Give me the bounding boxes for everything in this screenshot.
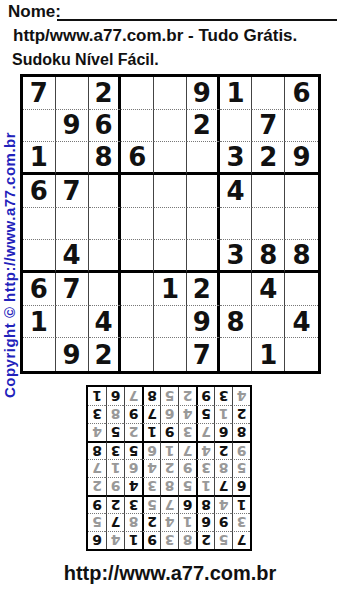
puzzle-cell-r5c9 <box>285 208 318 241</box>
puzzle-cell-r8c1: 1 <box>23 306 56 339</box>
solution-cell-r4c6: 3 <box>142 477 160 495</box>
solution-cell-r8c4: 4 <box>178 405 196 423</box>
puzzle-cell-r3c2 <box>56 142 89 175</box>
puzzle-cell-r7c5: 1 <box>154 273 187 306</box>
solution-cell-r2c2: 9 <box>214 513 232 531</box>
puzzle-cell-r8c8 <box>252 306 285 339</box>
solution-cell-r6c9: 8 <box>88 441 106 459</box>
puzzle-cell-r3c8: 2 <box>252 142 285 175</box>
puzzle-cell-r2c3: 6 <box>89 110 122 143</box>
solution-cell-r6c3: 4 <box>196 441 214 459</box>
solution-cell-r7c9: 4 <box>88 423 106 441</box>
puzzle-cell-r2c7 <box>220 110 253 143</box>
solution-cell-r6c7: 5 <box>124 441 142 459</box>
puzzle-cell-r2c6: 2 <box>187 110 220 143</box>
solution-cell-r1c3: 2 <box>196 531 214 549</box>
puzzle-cell-r2c8: 7 <box>252 110 285 143</box>
puzzle-cell-r7c6: 2 <box>187 273 220 306</box>
solution-cell-r4c4: 5 <box>178 477 196 495</box>
puzzle-cell-r4c5 <box>154 175 187 208</box>
puzzle-cell-r6c5 <box>154 240 187 273</box>
puzzle-cell-r5c1 <box>23 208 56 241</box>
puzzle-cell-r9c8: 1 <box>252 338 285 371</box>
solution-cell-r5c5: 2 <box>160 459 178 477</box>
name-underline <box>57 19 337 21</box>
puzzle-cell-r3c6 <box>187 142 220 175</box>
puzzle-cell-r6c2: 4 <box>56 240 89 273</box>
solution-cell-r2c6: 2 <box>142 513 160 531</box>
solution-cell-r1c4: 8 <box>178 531 196 549</box>
solution-cell-r2c4: 1 <box>178 513 196 531</box>
puzzle-cell-r1c7: 1 <box>220 77 253 110</box>
puzzle-cell-r8c2 <box>56 306 89 339</box>
puzzle-cell-r3c5 <box>154 142 187 175</box>
puzzle-cell-r3c1: 1 <box>23 142 56 175</box>
solution-cell-r1c2: 5 <box>214 531 232 549</box>
solution-cell-r1c9: 6 <box>88 531 106 549</box>
puzzle-cell-r4c9 <box>285 175 318 208</box>
puzzle-cell-r3c4: 6 <box>121 142 154 175</box>
solution-cell-r8c8: 8 <box>106 405 124 423</box>
solution-cell-r7c5: 9 <box>160 423 178 441</box>
solution-cell-r6c1: 9 <box>232 441 250 459</box>
solution-cell-r3c4: 6 <box>178 495 196 513</box>
solution-cell-r5c1: 5 <box>232 459 250 477</box>
puzzle-cell-r1c1: 7 <box>23 77 56 110</box>
puzzle-cell-r6c9: 8 <box>285 240 318 273</box>
solution-cell-r9c5: 5 <box>160 387 178 405</box>
puzzle-cell-r9c1 <box>23 338 56 371</box>
puzzle-cell-r4c6 <box>187 175 220 208</box>
solution-cell-r3c3: 8 <box>196 495 214 513</box>
solution-cell-r6c4: 7 <box>178 441 196 459</box>
solution-cell-r5c4: 9 <box>178 459 196 477</box>
solution-cell-r2c5: 4 <box>160 513 178 531</box>
puzzle-cell-r3c7: 3 <box>220 142 253 175</box>
puzzle-cell-r3c9: 9 <box>285 142 318 175</box>
copyright-vertical-text: Copyright © http://www.a77.com.br <box>1 100 19 430</box>
solution-cell-r2c1: 3 <box>232 513 250 531</box>
puzzle-cell-r6c7: 3 <box>220 240 253 273</box>
puzzle-cell-r1c2 <box>56 77 89 110</box>
solution-cell-r3c6: 5 <box>142 495 160 513</box>
puzzle-cell-r9c6: 7 <box>187 338 220 371</box>
puzzle-cell-r4c2: 7 <box>56 175 89 208</box>
solution-cell-r1c1: 7 <box>232 531 250 549</box>
solution-cell-r4c5: 8 <box>160 477 178 495</box>
solution-cell-r9c6: 8 <box>142 387 160 405</box>
solution-cell-r8c1: 2 <box>232 405 250 423</box>
solution-cell-r4c9: 2 <box>88 477 106 495</box>
puzzle-cell-r7c1: 6 <box>23 273 56 306</box>
solution-cell-r6c5: 1 <box>160 441 178 459</box>
solution-cell-r9c8: 6 <box>106 387 124 405</box>
puzzle-cell-r5c6 <box>187 208 220 241</box>
solution-cell-r8c9: 3 <box>88 405 106 423</box>
footer-url: http://www.a77.com.br <box>0 562 340 585</box>
solution-cell-r4c1: 6 <box>232 477 250 495</box>
solution-cell-r8c7: 9 <box>124 405 142 423</box>
solution-cell-r2c7: 8 <box>124 513 142 531</box>
solution-cell-r5c3: 3 <box>196 459 214 477</box>
puzzle-cell-r2c9 <box>285 110 318 143</box>
puzzle-cell-r4c7: 4 <box>220 175 253 208</box>
puzzle-cell-r2c1 <box>23 110 56 143</box>
solution-cell-r7c7: 2 <box>124 423 142 441</box>
sudoku-printable-page: Nome: http/www.a77.com.br - Tudo Grátis.… <box>0 0 340 596</box>
solution-cell-r5c2: 8 <box>214 459 232 477</box>
solution-cell-r9c4: 2 <box>178 387 196 405</box>
puzzle-cell-r8c5 <box>154 306 187 339</box>
solution-cell-r2c9: 5 <box>88 513 106 531</box>
solution-cell-r3c2: 4 <box>214 495 232 513</box>
puzzle-cell-r9c4 <box>121 338 154 371</box>
puzzle-cell-r6c3 <box>89 240 122 273</box>
puzzle-cell-r7c2: 7 <box>56 273 89 306</box>
puzzle-cell-r1c9: 6 <box>285 77 318 110</box>
puzzle-cell-r1c5 <box>154 77 187 110</box>
puzzle-cell-r9c7 <box>220 338 253 371</box>
solution-cell-r9c7: 7 <box>124 387 142 405</box>
puzzle-cell-r8c7: 8 <box>220 306 253 339</box>
solution-cell-r9c2: 3 <box>214 387 232 405</box>
solution-grid-rotated-180: 7528391463961428751486753296715834925839… <box>86 385 252 551</box>
site-title: http/www.a77.com.br - Tudo Grátis. <box>13 26 297 46</box>
puzzle-cell-r5c4 <box>121 208 154 241</box>
puzzle-cell-r3c3: 8 <box>89 142 122 175</box>
puzzle-cell-r2c4 <box>121 110 154 143</box>
solution-cell-r7c3: 7 <box>196 423 214 441</box>
puzzle-cell-r7c9 <box>285 273 318 306</box>
puzzle-cell-r4c4 <box>121 175 154 208</box>
puzzle-cell-r5c2 <box>56 208 89 241</box>
puzzle-cell-r1c3: 2 <box>89 77 122 110</box>
solution-cell-r1c8: 4 <box>106 531 124 549</box>
solution-cell-r3c8: 2 <box>106 495 124 513</box>
solution-cell-r8c3: 5 <box>196 405 214 423</box>
solution-cell-r9c1: 4 <box>232 387 250 405</box>
solution-cell-r2c8: 7 <box>106 513 124 531</box>
solution-cell-r6c8: 3 <box>106 441 124 459</box>
solution-cell-r4c3: 1 <box>196 477 214 495</box>
puzzle-grid: 729169627186329674438867124149849271 <box>20 74 321 374</box>
solution-cell-r3c7: 3 <box>124 495 142 513</box>
puzzle-cell-r7c4 <box>121 273 154 306</box>
puzzle-cell-r7c8: 4 <box>252 273 285 306</box>
puzzle-cell-r9c3: 2 <box>89 338 122 371</box>
puzzle-cell-r7c7 <box>220 273 253 306</box>
puzzle-cell-r5c5 <box>154 208 187 241</box>
solution-cell-r8c2: 1 <box>214 405 232 423</box>
solution-cell-r5c7: 6 <box>124 459 142 477</box>
puzzle-cell-r5c7 <box>220 208 253 241</box>
puzzle-cell-r8c4 <box>121 306 154 339</box>
solution-cell-r2c3: 6 <box>196 513 214 531</box>
puzzle-cell-r9c5 <box>154 338 187 371</box>
puzzle-cell-r8c6: 9 <box>187 306 220 339</box>
puzzle-cell-r6c1 <box>23 240 56 273</box>
puzzle-cell-r1c6: 9 <box>187 77 220 110</box>
solution-cell-r5c9: 7 <box>88 459 106 477</box>
puzzle-cell-r6c8: 8 <box>252 240 285 273</box>
solution-cell-r6c2: 2 <box>214 441 232 459</box>
solution-cell-r1c5: 3 <box>160 531 178 549</box>
puzzle-cell-r7c3 <box>89 273 122 306</box>
solution-cell-r4c8: 9 <box>106 477 124 495</box>
solution-cell-r4c7: 4 <box>124 477 142 495</box>
solution-cell-r7c4: 3 <box>178 423 196 441</box>
solution-cell-r4c2: 7 <box>214 477 232 495</box>
solution-cell-r8c5: 6 <box>160 405 178 423</box>
solution-cell-r3c5: 7 <box>160 495 178 513</box>
difficulty-title: Sudoku Nível Fácil. <box>12 51 159 69</box>
solution-cell-r7c8: 5 <box>106 423 124 441</box>
puzzle-cell-r6c4 <box>121 240 154 273</box>
solution-cell-r5c8: 1 <box>106 459 124 477</box>
puzzle-cell-r4c1: 6 <box>23 175 56 208</box>
solution-cell-r9c9: 1 <box>88 387 106 405</box>
puzzle-cell-r5c3 <box>89 208 122 241</box>
puzzle-cell-r2c5 <box>154 110 187 143</box>
solution-cell-r5c6: 4 <box>142 459 160 477</box>
solution-cell-r8c6: 7 <box>142 405 160 423</box>
puzzle-cell-r1c8 <box>252 77 285 110</box>
puzzle-cell-r6c6 <box>187 240 220 273</box>
puzzle-cell-r1c4 <box>121 77 154 110</box>
puzzle-cell-r2c2: 9 <box>56 110 89 143</box>
solution-cell-r1c6: 9 <box>142 531 160 549</box>
puzzle-cell-r4c3 <box>89 175 122 208</box>
puzzle-cell-r8c9: 4 <box>285 306 318 339</box>
solution-cell-r3c9: 9 <box>88 495 106 513</box>
puzzle-cell-r8c3: 4 <box>89 306 122 339</box>
solution-cell-r9c3: 9 <box>196 387 214 405</box>
solution-cell-r1c7: 1 <box>124 531 142 549</box>
puzzle-cell-r9c9 <box>285 338 318 371</box>
puzzle-cell-r9c2: 9 <box>56 338 89 371</box>
solution-cell-r7c2: 6 <box>214 423 232 441</box>
puzzle-cell-r4c8 <box>252 175 285 208</box>
name-label: Nome: <box>8 2 61 22</box>
solution-cell-r3c1: 1 <box>232 495 250 513</box>
solution-cell-r6c6: 6 <box>142 441 160 459</box>
puzzle-cell-r5c8 <box>252 208 285 241</box>
solution-cell-r7c1: 8 <box>232 423 250 441</box>
solution-cell-r7c6: 1 <box>142 423 160 441</box>
